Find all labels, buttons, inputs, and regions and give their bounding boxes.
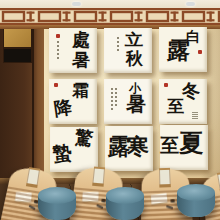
menu-paper (151, 193, 168, 204)
hourglass-icon (217, 171, 220, 192)
tea-item (29, 205, 36, 210)
calligraphy-char: 處 (72, 31, 90, 49)
inscription-lines (57, 41, 59, 59)
tea-room-photo: 處 暑 立 秋 白 露 霜 降 小 暑 冬 至 驚 蟄 寒 露 夏 至 (0, 0, 220, 220)
inscription-lines (117, 37, 119, 51)
floor-cushion (38, 187, 76, 220)
door-dark-panel (3, 48, 32, 63)
menu-paper (15, 192, 32, 202)
cushion-top (177, 184, 215, 201)
hourglass-icon (26, 167, 40, 188)
calligraphy-char: 秋 (126, 50, 143, 67)
floor-cushion (177, 184, 215, 217)
calligraphy-char: 夏 (179, 131, 203, 155)
artwork-liqiu: 立 秋 (104, 28, 152, 73)
hourglass-icon (92, 167, 105, 187)
ceiling-light-icon (72, 2, 81, 6)
calligraphy-char: 驚 (74, 128, 94, 148)
inscription-lines (192, 112, 198, 119)
calligraphy-char: 暑 (72, 51, 90, 69)
calligraphy-char: 立 (125, 32, 143, 48)
tea-item (170, 199, 174, 203)
floor-cushion (106, 187, 144, 220)
artwork-xiaoshu: 小 暑 (104, 79, 152, 124)
door-frame-seam (32, 25, 34, 190)
artwork-shuangjiang: 霜 降 (49, 79, 97, 124)
tea-item (166, 205, 173, 209)
ceiling-light-icon (186, 2, 195, 6)
inscription-lines (111, 88, 113, 110)
calligraphy-char: 至 (167, 98, 184, 115)
artwork-jingzhe: 驚 蟄 (50, 127, 98, 172)
calligraphy-char: 暑 (126, 94, 146, 114)
wooden-door-panel (0, 25, 44, 190)
calligraphy-char: 蟄 (52, 143, 73, 164)
cushion-top (38, 187, 76, 204)
hourglass-icon (159, 168, 171, 188)
calligraphy-char: 冬 (182, 82, 200, 100)
cushion-top (106, 187, 144, 204)
calligraphy-char: 降 (53, 98, 73, 118)
artwork-chushu: 處 暑 (49, 28, 97, 73)
artwork-xiazhi: 夏 至 (160, 125, 208, 170)
seal-stamp-icon (54, 83, 58, 87)
artwork-bailu: 白 露 (159, 27, 207, 72)
wood-lattice-valance (0, 8, 220, 25)
ceiling (0, 0, 220, 8)
tea-item (96, 204, 103, 209)
seal-stamp-icon (56, 34, 60, 38)
seal-stamp-icon (164, 83, 168, 87)
artwork-hanlu: 寒 露 (105, 126, 153, 171)
artwork-dongzhi: 冬 至 (159, 79, 207, 124)
menu-paper (82, 192, 98, 201)
calligraphy-char: 露 (167, 38, 190, 61)
door-gold-panel (3, 28, 32, 48)
calligraphy-char: 至 (160, 136, 179, 155)
calligraphy-char: 露 (108, 135, 130, 157)
calligraphy-char: 霜 (72, 82, 89, 99)
seal-stamp-icon (198, 50, 202, 54)
calligraphy-char: 寒 (127, 135, 149, 157)
